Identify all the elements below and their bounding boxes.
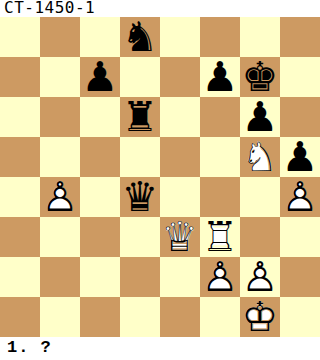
square-g5[interactable]: ♞♘ [240, 137, 280, 177]
square-h1[interactable] [280, 297, 320, 337]
puzzle-title: CT-1450-1 [0, 0, 320, 17]
white-king[interactable]: ♚♔ [240, 297, 280, 337]
square-g7[interactable]: ♚ [240, 57, 280, 97]
black-rook[interactable]: ♜ [120, 97, 160, 137]
square-e5[interactable] [160, 137, 200, 177]
square-a2[interactable] [0, 257, 40, 297]
square-d3[interactable] [120, 217, 160, 257]
square-e4[interactable] [160, 177, 200, 217]
square-d7[interactable] [120, 57, 160, 97]
square-g8[interactable] [240, 17, 280, 57]
square-h7[interactable] [280, 57, 320, 97]
square-c7[interactable]: ♟ [80, 57, 120, 97]
square-d6[interactable]: ♜ [120, 97, 160, 137]
square-c2[interactable] [80, 257, 120, 297]
square-b8[interactable] [40, 17, 80, 57]
black-king[interactable]: ♚ [240, 57, 280, 97]
square-c3[interactable] [80, 217, 120, 257]
square-a4[interactable] [0, 177, 40, 217]
square-d2[interactable] [120, 257, 160, 297]
square-a1[interactable] [0, 297, 40, 337]
square-f6[interactable] [200, 97, 240, 137]
square-f2[interactable]: ♟♙ [200, 257, 240, 297]
square-a3[interactable] [0, 217, 40, 257]
square-e2[interactable] [160, 257, 200, 297]
square-g2[interactable]: ♟♙ [240, 257, 280, 297]
square-b7[interactable] [40, 57, 80, 97]
square-g6[interactable]: ♟ [240, 97, 280, 137]
square-f4[interactable] [200, 177, 240, 217]
white-pawn[interactable]: ♟♙ [280, 177, 320, 217]
square-c6[interactable] [80, 97, 120, 137]
square-c5[interactable] [80, 137, 120, 177]
square-a6[interactable] [0, 97, 40, 137]
square-b4[interactable]: ♟♙ [40, 177, 80, 217]
square-f7[interactable]: ♟ [200, 57, 240, 97]
chess-puzzle-window: CT-1450-1 ♞♟♟♚♜♟♞♘♟♟♙♛♟♙♛♕♜♖♟♙♟♙♚♔ 1. ? [0, 0, 320, 360]
square-e1[interactable] [160, 297, 200, 337]
square-b2[interactable] [40, 257, 80, 297]
square-a5[interactable] [0, 137, 40, 177]
square-e8[interactable] [160, 17, 200, 57]
square-b3[interactable] [40, 217, 80, 257]
white-knight[interactable]: ♞♘ [240, 137, 280, 177]
black-pawn[interactable]: ♟ [280, 137, 320, 177]
square-f8[interactable] [200, 17, 240, 57]
square-c8[interactable] [80, 17, 120, 57]
square-a8[interactable] [0, 17, 40, 57]
square-d4[interactable]: ♛ [120, 177, 160, 217]
square-f3[interactable]: ♜♖ [200, 217, 240, 257]
square-e7[interactable] [160, 57, 200, 97]
black-pawn[interactable]: ♟ [240, 97, 280, 137]
square-b5[interactable] [40, 137, 80, 177]
black-knight[interactable]: ♞ [120, 17, 160, 57]
square-h5[interactable]: ♟ [280, 137, 320, 177]
white-pawn[interactable]: ♟♙ [240, 257, 280, 297]
square-e6[interactable] [160, 97, 200, 137]
square-c4[interactable] [80, 177, 120, 217]
square-h3[interactable] [280, 217, 320, 257]
black-pawn[interactable]: ♟ [80, 57, 120, 97]
square-g3[interactable] [240, 217, 280, 257]
square-d1[interactable] [120, 297, 160, 337]
square-h6[interactable] [280, 97, 320, 137]
move-prompt: 1. ? [0, 337, 320, 360]
square-f1[interactable] [200, 297, 240, 337]
square-g1[interactable]: ♚♔ [240, 297, 280, 337]
square-d8[interactable]: ♞ [120, 17, 160, 57]
square-b1[interactable] [40, 297, 80, 337]
square-c1[interactable] [80, 297, 120, 337]
square-h4[interactable]: ♟♙ [280, 177, 320, 217]
black-pawn[interactable]: ♟ [200, 57, 240, 97]
white-queen[interactable]: ♛♕ [160, 217, 200, 257]
square-a7[interactable] [0, 57, 40, 97]
white-pawn[interactable]: ♟♙ [40, 177, 80, 217]
white-rook[interactable]: ♜♖ [200, 217, 240, 257]
square-g4[interactable] [240, 177, 280, 217]
square-h8[interactable] [280, 17, 320, 57]
chess-board[interactable]: ♞♟♟♚♜♟♞♘♟♟♙♛♟♙♛♕♜♖♟♙♟♙♚♔ [0, 17, 320, 337]
square-d5[interactable] [120, 137, 160, 177]
white-pawn[interactable]: ♟♙ [200, 257, 240, 297]
square-b6[interactable] [40, 97, 80, 137]
square-e3[interactable]: ♛♕ [160, 217, 200, 257]
square-h2[interactable] [280, 257, 320, 297]
black-queen[interactable]: ♛ [120, 177, 160, 217]
square-f5[interactable] [200, 137, 240, 177]
